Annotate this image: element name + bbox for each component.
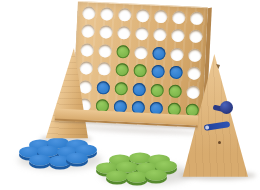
board-cell-r5-c4 [129, 80, 148, 99]
blue-pile-disc [29, 155, 51, 166]
empty-hole [187, 67, 201, 81]
board-cell-r3-c6 [167, 44, 186, 63]
board-cell-r5-c3 [111, 79, 130, 98]
board-cell-r1-c5 [151, 7, 170, 26]
board-cell-r2-c4 [132, 24, 151, 43]
empty-hole [188, 48, 202, 62]
board-cell-r3-c5 [149, 44, 168, 63]
board-cell-r4-c2 [94, 59, 113, 78]
empty-hole [99, 25, 113, 39]
empty-hole [134, 46, 148, 60]
board-cell-r1-c4 [133, 6, 152, 25]
empty-hole [100, 7, 114, 21]
board-cell-r2-c2 [96, 22, 115, 41]
blue-pile-disc [66, 153, 88, 164]
board-cell-r3-c1 [77, 40, 96, 59]
board-cell-r4-c6 [166, 63, 185, 82]
board-cell-r5-c6 [165, 81, 184, 100]
board-cell-r2-c1 [78, 22, 97, 41]
empty-hole [118, 8, 132, 22]
empty-hole [136, 9, 150, 23]
board-cell-r4-c4 [130, 61, 149, 80]
green-disc [168, 84, 182, 98]
board-cell-r2-c7 [186, 27, 205, 46]
empty-hole [189, 11, 203, 25]
green-disc [150, 83, 164, 97]
green-pile-disc [145, 170, 167, 181]
board-cell-r3-c7 [185, 45, 204, 64]
empty-hole [82, 6, 96, 20]
green-pile-disc [106, 171, 128, 182]
blue-disc [169, 66, 183, 80]
empty-hole [117, 26, 131, 40]
empty-hole [98, 44, 112, 58]
board-panel [72, 1, 211, 121]
empty-hole [135, 27, 149, 41]
empty-hole [172, 10, 186, 24]
green-disc [115, 63, 129, 77]
empty-hole [186, 85, 200, 99]
empty-hole [154, 9, 168, 23]
green-disc [114, 82, 128, 96]
board-cell-r3-c4 [131, 43, 150, 62]
green-disc [116, 45, 130, 59]
board-cell-r5-c7 [183, 82, 202, 101]
board-cell-r2-c6 [168, 26, 187, 45]
empty-hole [81, 24, 95, 38]
board-cell-r1-c3 [115, 5, 134, 24]
empty-hole [79, 61, 93, 75]
empty-hole [189, 30, 203, 44]
board-cell-r2-c3 [114, 23, 133, 42]
empty-hole [171, 29, 185, 43]
blue-disc [96, 81, 110, 95]
board-cell-r1-c2 [97, 4, 116, 23]
board-cell-r1-c1 [79, 3, 98, 22]
board-cell-r3-c2 [95, 41, 114, 60]
board-cell-r5-c2 [93, 78, 112, 97]
board-cell-r4-c7 [184, 64, 203, 83]
screw-dot [218, 141, 221, 144]
board-cell-r4-c3 [112, 60, 131, 79]
board-grid [72, 2, 207, 121]
board-cell-r1-c7 [187, 8, 206, 27]
blue-disc [132, 83, 146, 97]
green-disc [133, 64, 147, 78]
board-cell-r1-c6 [169, 7, 188, 26]
board-cell-r5-c5 [147, 81, 166, 100]
blue-knob-icon [220, 101, 233, 114]
board-cell-r4-c5 [148, 62, 167, 81]
blue-disc [151, 65, 165, 79]
empty-hole [80, 43, 94, 57]
empty-hole [170, 47, 184, 61]
board-cell-r3-c3 [113, 42, 132, 61]
blue-disc [152, 46, 166, 60]
board-cell-r4-c1 [76, 59, 95, 78]
empty-hole [153, 28, 167, 42]
board-cell-r2-c5 [150, 25, 169, 44]
connect-four-product-photo [0, 0, 260, 190]
empty-hole [97, 62, 111, 76]
